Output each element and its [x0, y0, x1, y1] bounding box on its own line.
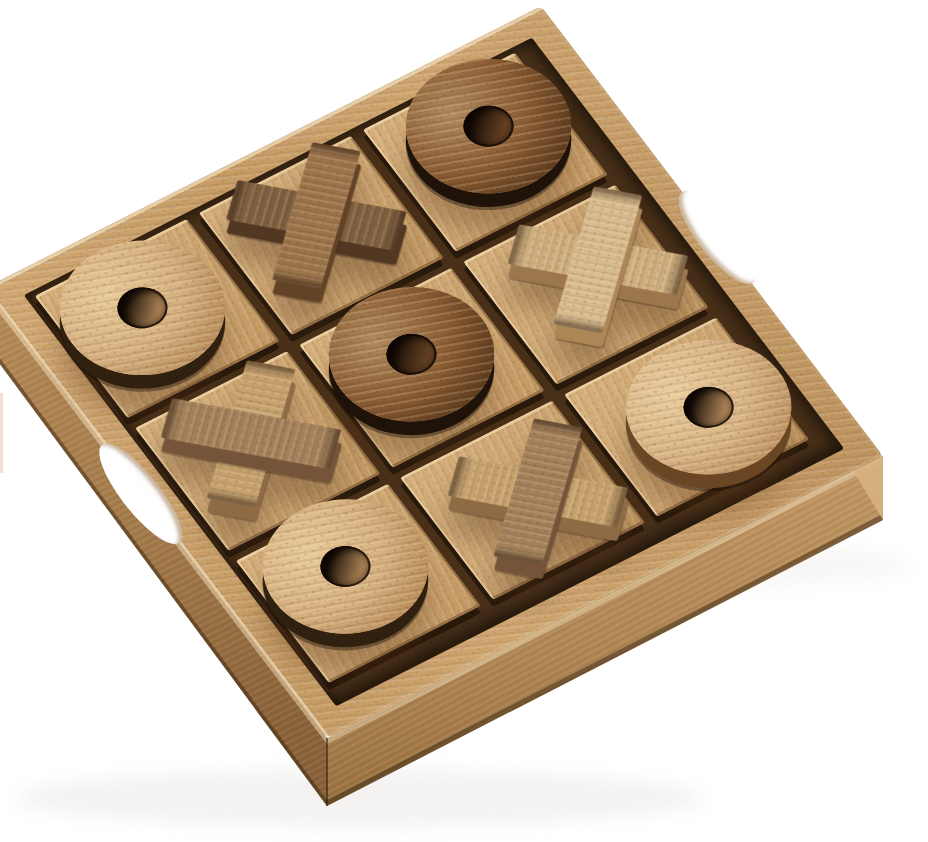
- piece-o-hole: [454, 98, 523, 154]
- piece-o-hole: [377, 326, 446, 382]
- piece-o-hole: [311, 539, 380, 595]
- piece-o-hole: [674, 379, 743, 435]
- left-edge-artifact: [0, 393, 3, 473]
- piece-o-hole: [108, 280, 177, 336]
- product-photo-scene: [0, 0, 928, 842]
